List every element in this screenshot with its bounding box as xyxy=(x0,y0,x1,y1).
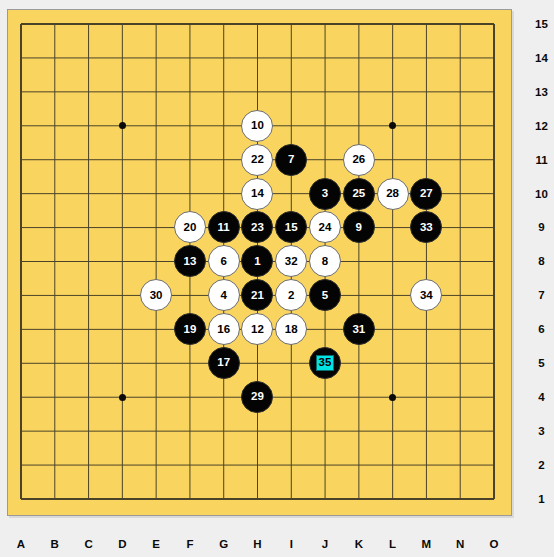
cell-E10[interactable] xyxy=(139,177,173,211)
cell-G10[interactable] xyxy=(207,177,241,211)
cell-C14[interactable] xyxy=(72,41,106,75)
row-label-4: 4 xyxy=(530,380,553,414)
cell-H15[interactable] xyxy=(241,7,275,41)
cell-N13[interactable] xyxy=(443,75,477,109)
cell-N5[interactable] xyxy=(443,346,477,380)
cell-O12[interactable] xyxy=(477,109,511,143)
cell-N11[interactable] xyxy=(443,143,477,177)
cell-H13[interactable] xyxy=(241,75,275,109)
move-number: 20 xyxy=(183,222,196,234)
cell-L9[interactable] xyxy=(376,211,410,245)
cell-M10[interactable]: 27 xyxy=(409,177,443,211)
cell-G5[interactable]: 17 xyxy=(207,346,241,380)
cell-F1[interactable] xyxy=(173,482,207,516)
cell-O4[interactable] xyxy=(477,380,511,414)
col-label-C: C xyxy=(72,535,106,552)
cell-F12[interactable] xyxy=(173,109,207,143)
move-number: 6 xyxy=(220,256,226,268)
cell-M11[interactable] xyxy=(409,143,443,177)
col-label-F: F xyxy=(173,535,207,552)
cell-E14[interactable] xyxy=(139,41,173,75)
cell-C1[interactable] xyxy=(72,482,106,516)
cell-A4[interactable] xyxy=(4,380,38,414)
move-number: 14 xyxy=(251,188,264,200)
cell-G12[interactable] xyxy=(207,109,241,143)
cell-L13[interactable] xyxy=(376,75,410,109)
cell-N9[interactable] xyxy=(443,211,477,245)
row-label-9: 9 xyxy=(530,211,553,245)
cell-H2[interactable] xyxy=(241,448,275,482)
cell-L7[interactable] xyxy=(376,278,410,312)
cell-M15[interactable] xyxy=(409,7,443,41)
cell-E2[interactable] xyxy=(139,448,173,482)
stone-H10-white: 14 xyxy=(241,178,273,210)
star-point-L12 xyxy=(389,122,396,129)
cell-C13[interactable] xyxy=(72,75,106,109)
cell-F7[interactable] xyxy=(173,278,207,312)
cell-G8[interactable]: 6 xyxy=(207,244,241,278)
cell-D13[interactable] xyxy=(105,75,139,109)
cell-O5[interactable] xyxy=(477,346,511,380)
cell-B11[interactable] xyxy=(38,143,72,177)
cell-E8[interactable] xyxy=(139,244,173,278)
cell-C11[interactable] xyxy=(72,143,106,177)
stone-J8-white: 8 xyxy=(309,245,341,277)
stone-I6-white: 18 xyxy=(275,313,307,345)
cell-M5[interactable] xyxy=(409,346,443,380)
cell-L6[interactable] xyxy=(376,312,410,346)
cell-K5[interactable] xyxy=(342,346,376,380)
cell-O2[interactable] xyxy=(477,448,511,482)
cell-K1[interactable] xyxy=(342,482,376,516)
cell-K9[interactable]: 9 xyxy=(342,211,376,245)
cell-H6[interactable]: 12 xyxy=(241,312,275,346)
col-label-D: D xyxy=(105,535,139,552)
cell-O9[interactable] xyxy=(477,211,511,245)
gomoku-board-viewer: 1022726143252827201123152493313613283042… xyxy=(0,0,554,557)
cell-G2[interactable] xyxy=(207,448,241,482)
cell-I10[interactable] xyxy=(274,177,308,211)
move-number: 28 xyxy=(386,188,399,200)
cell-M3[interactable] xyxy=(409,414,443,448)
cell-F4[interactable] xyxy=(173,380,207,414)
cell-E9[interactable] xyxy=(139,211,173,245)
cell-E7[interactable]: 30 xyxy=(139,278,173,312)
cell-M9[interactable]: 33 xyxy=(409,211,443,245)
cell-I15[interactable] xyxy=(274,7,308,41)
col-label-A: A xyxy=(4,535,38,552)
cell-D10[interactable] xyxy=(105,177,139,211)
stone-H7-black: 21 xyxy=(241,279,273,311)
cell-D2[interactable] xyxy=(105,448,139,482)
cell-J13[interactable] xyxy=(308,75,342,109)
cell-M7[interactable]: 34 xyxy=(409,278,443,312)
cell-O10[interactable] xyxy=(477,177,511,211)
cell-L4[interactable] xyxy=(376,380,410,414)
cell-C4[interactable] xyxy=(72,380,106,414)
cell-J3[interactable] xyxy=(308,414,342,448)
cell-N4[interactable] xyxy=(443,380,477,414)
cell-H3[interactable] xyxy=(241,414,275,448)
stone-K9-black: 9 xyxy=(343,211,375,243)
cell-H10[interactable]: 14 xyxy=(241,177,275,211)
cell-O14[interactable] xyxy=(477,41,511,75)
stone-F6-black: 19 xyxy=(174,313,206,345)
cell-D14[interactable] xyxy=(105,41,139,75)
cell-I5[interactable] xyxy=(274,346,308,380)
cell-M1[interactable] xyxy=(409,482,443,516)
cell-F6[interactable]: 19 xyxy=(173,312,207,346)
cell-O11[interactable] xyxy=(477,143,511,177)
cell-A3[interactable] xyxy=(4,414,38,448)
cell-B6[interactable] xyxy=(38,312,72,346)
cell-D7[interactable] xyxy=(105,278,139,312)
cell-M14[interactable] xyxy=(409,41,443,75)
cell-F11[interactable] xyxy=(173,143,207,177)
move-number: 17 xyxy=(217,357,230,369)
move-number: 26 xyxy=(352,154,365,166)
cell-F13[interactable] xyxy=(173,75,207,109)
row-label-8: 8 xyxy=(530,244,553,278)
cell-N7[interactable] xyxy=(443,278,477,312)
cell-D15[interactable] xyxy=(105,7,139,41)
cell-K10[interactable]: 25 xyxy=(342,177,376,211)
row-label-13: 13 xyxy=(530,75,553,109)
move-number: 3 xyxy=(322,188,328,200)
cell-B9[interactable] xyxy=(38,211,72,245)
cell-J9[interactable]: 24 xyxy=(308,211,342,245)
cell-O7[interactable] xyxy=(477,278,511,312)
cell-N12[interactable] xyxy=(443,109,477,143)
cell-I4[interactable] xyxy=(274,380,308,414)
cell-D11[interactable] xyxy=(105,143,139,177)
cell-H5[interactable] xyxy=(241,346,275,380)
cell-C6[interactable] xyxy=(72,312,106,346)
cell-B14[interactable] xyxy=(38,41,72,75)
move-number: 24 xyxy=(319,222,332,234)
col-label-L: L xyxy=(376,535,410,552)
cell-O1[interactable] xyxy=(477,482,511,516)
cell-D1[interactable] xyxy=(105,482,139,516)
cell-J14[interactable] xyxy=(308,41,342,75)
cell-J11[interactable] xyxy=(308,143,342,177)
cell-J6[interactable] xyxy=(308,312,342,346)
cell-B15[interactable] xyxy=(38,7,72,41)
cell-C7[interactable] xyxy=(72,278,106,312)
cell-B10[interactable] xyxy=(38,177,72,211)
cell-A15[interactable] xyxy=(4,7,38,41)
cell-H8[interactable]: 1 xyxy=(241,244,275,278)
cell-I2[interactable] xyxy=(274,448,308,482)
cell-D8[interactable] xyxy=(105,244,139,278)
col-label-G: G xyxy=(207,535,241,552)
cell-A1[interactable] xyxy=(4,482,38,516)
cell-G3[interactable] xyxy=(207,414,241,448)
cell-K12[interactable] xyxy=(342,109,376,143)
cell-J15[interactable] xyxy=(308,7,342,41)
cell-N6[interactable] xyxy=(443,312,477,346)
cell-E12[interactable] xyxy=(139,109,173,143)
cell-F3[interactable] xyxy=(173,414,207,448)
cell-K11[interactable]: 26 xyxy=(342,143,376,177)
cell-B5[interactable] xyxy=(38,346,72,380)
cell-I7[interactable]: 2 xyxy=(274,278,308,312)
move-number: 22 xyxy=(251,154,264,166)
cell-N2[interactable] xyxy=(443,448,477,482)
cell-C2[interactable] xyxy=(72,448,106,482)
cell-M6[interactable] xyxy=(409,312,443,346)
cell-H1[interactable] xyxy=(241,482,275,516)
stone-H8-black: 1 xyxy=(241,245,273,277)
cell-N3[interactable] xyxy=(443,414,477,448)
cell-J10[interactable]: 3 xyxy=(308,177,342,211)
move-number: 19 xyxy=(183,324,196,336)
cell-I1[interactable] xyxy=(274,482,308,516)
cell-E4[interactable] xyxy=(139,380,173,414)
move-number: 13 xyxy=(183,256,196,268)
cell-N10[interactable] xyxy=(443,177,477,211)
cell-K8[interactable] xyxy=(342,244,376,278)
last-move-marker: 35 xyxy=(316,355,335,371)
move-number: 32 xyxy=(285,256,298,268)
cell-M8[interactable] xyxy=(409,244,443,278)
cell-F9[interactable]: 20 xyxy=(173,211,207,245)
move-number: 10 xyxy=(251,120,264,132)
cell-A10[interactable] xyxy=(4,177,38,211)
cell-B1[interactable] xyxy=(38,482,72,516)
cell-I8[interactable]: 32 xyxy=(274,244,308,278)
stone-H4-black: 29 xyxy=(241,381,273,413)
cell-N14[interactable] xyxy=(443,41,477,75)
cell-L1[interactable] xyxy=(376,482,410,516)
cell-F2[interactable] xyxy=(173,448,207,482)
cell-C8[interactable] xyxy=(72,244,106,278)
cell-H14[interactable] xyxy=(241,41,275,75)
cell-D5[interactable] xyxy=(105,346,139,380)
cell-J7[interactable]: 5 xyxy=(308,278,342,312)
cell-I12[interactable] xyxy=(274,109,308,143)
cell-E15[interactable] xyxy=(139,7,173,41)
stone-F8-black: 13 xyxy=(174,245,206,277)
stone-G8-white: 6 xyxy=(208,245,240,277)
cell-A14[interactable] xyxy=(4,41,38,75)
cell-I3[interactable] xyxy=(274,414,308,448)
cell-I9[interactable]: 15 xyxy=(274,211,308,245)
cell-A6[interactable] xyxy=(4,312,38,346)
move-number: 2 xyxy=(288,290,294,302)
cell-O15[interactable] xyxy=(477,7,511,41)
cell-O6[interactable] xyxy=(477,312,511,346)
cell-G1[interactable] xyxy=(207,482,241,516)
stone-L10-white: 28 xyxy=(377,178,409,210)
cell-J12[interactable] xyxy=(308,109,342,143)
row-label-15: 15 xyxy=(530,7,553,41)
cell-C12[interactable] xyxy=(72,109,106,143)
cell-E11[interactable] xyxy=(139,143,173,177)
cell-H11[interactable]: 22 xyxy=(241,143,275,177)
move-number: 33 xyxy=(420,222,433,234)
cell-H4[interactable]: 29 xyxy=(241,380,275,414)
cell-J4[interactable] xyxy=(308,380,342,414)
cell-K7[interactable] xyxy=(342,278,376,312)
cell-K2[interactable] xyxy=(342,448,376,482)
cell-O3[interactable] xyxy=(477,414,511,448)
cell-K4[interactable] xyxy=(342,380,376,414)
stone-J9-white: 24 xyxy=(309,211,341,243)
cell-L2[interactable] xyxy=(376,448,410,482)
cell-I11[interactable]: 7 xyxy=(274,143,308,177)
cell-O8[interactable] xyxy=(477,244,511,278)
cell-G6[interactable]: 16 xyxy=(207,312,241,346)
cell-G4[interactable] xyxy=(207,380,241,414)
cell-G9[interactable]: 11 xyxy=(207,211,241,245)
cell-E3[interactable] xyxy=(139,414,173,448)
col-label-M: M xyxy=(409,535,443,552)
cell-B7[interactable] xyxy=(38,278,72,312)
stone-G9-black: 11 xyxy=(208,211,240,243)
cell-K3[interactable] xyxy=(342,414,376,448)
cell-D6[interactable] xyxy=(105,312,139,346)
stone-K6-black: 31 xyxy=(343,313,375,345)
cell-L15[interactable] xyxy=(376,7,410,41)
row-label-6: 6 xyxy=(530,312,553,346)
cell-C9[interactable] xyxy=(72,211,106,245)
row-label-2: 2 xyxy=(530,448,553,482)
cell-F14[interactable] xyxy=(173,41,207,75)
stone-K10-black: 25 xyxy=(343,178,375,210)
stone-E7-white: 30 xyxy=(140,279,172,311)
cell-M4[interactable] xyxy=(409,380,443,414)
cell-N15[interactable] xyxy=(443,7,477,41)
cell-K14[interactable] xyxy=(342,41,376,75)
cell-E5[interactable] xyxy=(139,346,173,380)
row-label-1: 1 xyxy=(530,482,553,516)
move-number: 16 xyxy=(217,324,230,336)
cell-F8[interactable]: 13 xyxy=(173,244,207,278)
cell-A12[interactable] xyxy=(4,109,38,143)
cell-K6[interactable]: 31 xyxy=(342,312,376,346)
cell-E13[interactable] xyxy=(139,75,173,109)
cell-I14[interactable] xyxy=(274,41,308,75)
cell-L5[interactable] xyxy=(376,346,410,380)
cell-M13[interactable] xyxy=(409,75,443,109)
row-label-14: 14 xyxy=(530,41,553,75)
cell-E6[interactable] xyxy=(139,312,173,346)
cell-G11[interactable] xyxy=(207,143,241,177)
cell-L10[interactable]: 28 xyxy=(376,177,410,211)
col-label-I: I xyxy=(274,535,308,552)
cell-L14[interactable] xyxy=(376,41,410,75)
cell-C10[interactable] xyxy=(72,177,106,211)
cell-G15[interactable] xyxy=(207,7,241,41)
stone-H9-black: 23 xyxy=(241,211,273,243)
cell-B2[interactable] xyxy=(38,448,72,482)
cell-D12[interactable] xyxy=(105,109,139,143)
cell-J5[interactable]: 35 xyxy=(308,346,342,380)
cell-A7[interactable] xyxy=(4,278,38,312)
cell-H9[interactable]: 23 xyxy=(241,211,275,245)
cell-B12[interactable] xyxy=(38,109,72,143)
cell-F10[interactable] xyxy=(173,177,207,211)
cell-D3[interactable] xyxy=(105,414,139,448)
cell-A2[interactable] xyxy=(4,448,38,482)
cell-L12[interactable] xyxy=(376,109,410,143)
cell-G13[interactable] xyxy=(207,75,241,109)
move-number: 9 xyxy=(356,222,362,234)
cell-J1[interactable] xyxy=(308,482,342,516)
col-label-E: E xyxy=(139,535,173,552)
cell-A5[interactable] xyxy=(4,346,38,380)
star-point-D12 xyxy=(119,122,126,129)
cell-A11[interactable] xyxy=(4,143,38,177)
cell-C3[interactable] xyxy=(72,414,106,448)
cell-I6[interactable]: 18 xyxy=(274,312,308,346)
cell-N1[interactable] xyxy=(443,482,477,516)
row-label-11: 11 xyxy=(530,143,553,177)
cell-F5[interactable] xyxy=(173,346,207,380)
cell-N8[interactable] xyxy=(443,244,477,278)
cell-B3[interactable] xyxy=(38,414,72,448)
col-label-O: O xyxy=(477,535,511,552)
cell-M2[interactable] xyxy=(409,448,443,482)
stone-G5-black: 17 xyxy=(208,347,240,379)
cell-I13[interactable] xyxy=(274,75,308,109)
move-number: 7 xyxy=(288,154,294,166)
cell-C15[interactable] xyxy=(72,7,106,41)
stone-M7-white: 34 xyxy=(410,279,442,311)
cell-B13[interactable] xyxy=(38,75,72,109)
cell-A9[interactable] xyxy=(4,211,38,245)
cell-D4[interactable] xyxy=(105,380,139,414)
move-number: 21 xyxy=(251,290,264,302)
cell-F15[interactable] xyxy=(173,7,207,41)
move-number: 31 xyxy=(352,324,365,336)
stone-M10-black: 27 xyxy=(410,178,442,210)
cell-G14[interactable] xyxy=(207,41,241,75)
move-number: 25 xyxy=(352,188,365,200)
move-number: 1 xyxy=(254,256,260,268)
cell-B4[interactable] xyxy=(38,380,72,414)
cell-H12[interactable]: 10 xyxy=(241,109,275,143)
cell-K13[interactable] xyxy=(342,75,376,109)
cell-O13[interactable] xyxy=(477,75,511,109)
cell-A13[interactable] xyxy=(4,75,38,109)
cell-H7[interactable]: 21 xyxy=(241,278,275,312)
stone-I11-black: 7 xyxy=(275,144,307,176)
cell-K15[interactable] xyxy=(342,7,376,41)
row-label-12: 12 xyxy=(530,109,553,143)
stone-H6-white: 12 xyxy=(241,313,273,345)
stone-I8-white: 32 xyxy=(275,245,307,277)
stone-H11-white: 22 xyxy=(241,144,273,176)
move-number: 12 xyxy=(251,324,264,336)
cell-A8[interactable] xyxy=(4,244,38,278)
cell-J8[interactable]: 8 xyxy=(308,244,342,278)
cell-E1[interactable] xyxy=(139,482,173,516)
cell-D9[interactable] xyxy=(105,211,139,245)
stone-I9-black: 15 xyxy=(275,211,307,243)
cell-L11[interactable] xyxy=(376,143,410,177)
cell-J2[interactable] xyxy=(308,448,342,482)
cell-G7[interactable]: 4 xyxy=(207,278,241,312)
move-number: 15 xyxy=(285,222,298,234)
stone-G7-white: 4 xyxy=(208,279,240,311)
cell-B8[interactable] xyxy=(38,244,72,278)
cell-L3[interactable] xyxy=(376,414,410,448)
cell-M12[interactable] xyxy=(409,109,443,143)
cell-C5[interactable] xyxy=(72,346,106,380)
cell-L8[interactable] xyxy=(376,244,410,278)
